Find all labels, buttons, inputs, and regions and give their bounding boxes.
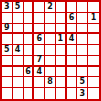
cell-r8c3[interactable]	[24, 77, 35, 88]
cell-r3c1: 9	[2, 24, 13, 35]
cell-r6c2[interactable]	[13, 56, 24, 67]
cell-r9c5[interactable]	[45, 88, 56, 99]
cell-r4c7: 4	[67, 34, 78, 45]
cell-r7c3: 6	[24, 67, 35, 78]
cell-r5c7[interactable]	[67, 45, 78, 56]
cell-r1c1: 3	[2, 2, 13, 13]
cell-r3c9[interactable]	[88, 24, 99, 35]
cell-r3c6[interactable]	[56, 24, 67, 35]
cell-r6c1[interactable]	[2, 56, 13, 67]
cell-r2c5[interactable]	[45, 13, 56, 24]
cell-r4c9[interactable]	[88, 34, 99, 45]
cell-r3c3[interactable]	[24, 24, 35, 35]
cell-r1c9[interactable]	[88, 2, 99, 13]
cell-r6c6[interactable]	[56, 56, 67, 67]
cell-r2c7: 6	[67, 13, 78, 24]
cell-r2c6[interactable]	[56, 13, 67, 24]
cell-r5c1: 5	[2, 45, 13, 56]
cell-r7c7[interactable]	[67, 67, 78, 78]
cell-r8c9[interactable]	[88, 77, 99, 88]
cell-r4c1[interactable]	[2, 34, 13, 45]
cell-r7c9[interactable]	[88, 67, 99, 78]
cell-r2c8[interactable]	[77, 13, 88, 24]
cell-r7c2[interactable]	[13, 67, 24, 78]
cell-r2c9: 1	[88, 13, 99, 24]
cell-r9c9[interactable]	[88, 88, 99, 99]
cell-r5c4[interactable]	[34, 45, 45, 56]
cell-r3c8[interactable]	[77, 24, 88, 35]
cell-r1c3[interactable]	[24, 2, 35, 13]
cell-r4c6: 1	[56, 34, 67, 45]
cell-r6c7[interactable]	[67, 56, 78, 67]
cell-r4c4: 6	[34, 34, 45, 45]
cell-r8c7[interactable]	[67, 77, 78, 88]
cell-r1c5: 2	[45, 2, 56, 13]
cell-r8c5: 8	[45, 77, 56, 88]
cell-r8c4[interactable]	[34, 77, 45, 88]
cell-r3c2[interactable]	[13, 24, 24, 35]
cell-r9c3[interactable]	[24, 88, 35, 99]
cell-r5c2: 4	[13, 45, 24, 56]
cell-r3c5[interactable]	[45, 24, 56, 35]
cell-r6c8[interactable]	[77, 56, 88, 67]
cell-r6c4: 7	[34, 56, 45, 67]
sudoku-board: 35261961454764853	[0, 0, 101, 101]
cell-r9c4[interactable]	[34, 88, 45, 99]
cell-r2c4[interactable]	[34, 13, 45, 24]
cell-r2c2[interactable]	[13, 13, 24, 24]
cell-r9c6[interactable]	[56, 88, 67, 99]
cell-r9c7[interactable]	[67, 88, 78, 99]
cell-r6c5[interactable]	[45, 56, 56, 67]
cell-r9c1[interactable]	[2, 88, 13, 99]
cell-r5c9[interactable]	[88, 45, 99, 56]
cell-r8c6[interactable]	[56, 77, 67, 88]
cell-r4c3[interactable]	[24, 34, 35, 45]
cell-r6c3[interactable]	[24, 56, 35, 67]
cell-r8c2[interactable]	[13, 77, 24, 88]
cell-r8c1[interactable]	[2, 77, 13, 88]
cell-r7c6[interactable]	[56, 67, 67, 78]
cell-r1c7[interactable]	[67, 2, 78, 13]
cell-r7c8[interactable]	[77, 67, 88, 78]
cell-r8c8: 5	[77, 77, 88, 88]
cell-r4c5[interactable]	[45, 34, 56, 45]
cell-r2c3[interactable]	[24, 13, 35, 24]
cell-r5c5[interactable]	[45, 45, 56, 56]
cell-r3c7[interactable]	[67, 24, 78, 35]
cell-r5c3[interactable]	[24, 45, 35, 56]
cell-r1c8[interactable]	[77, 2, 88, 13]
cell-r1c6[interactable]	[56, 2, 67, 13]
cell-r4c8[interactable]	[77, 34, 88, 45]
cell-r9c2[interactable]	[13, 88, 24, 99]
cell-r1c4[interactable]	[34, 2, 45, 13]
cell-r5c6[interactable]	[56, 45, 67, 56]
cell-r7c1[interactable]	[2, 67, 13, 78]
cell-r1c2: 5	[13, 2, 24, 13]
cell-r7c4: 4	[34, 67, 45, 78]
cell-r4c2[interactable]	[13, 34, 24, 45]
cell-r9c8: 3	[77, 88, 88, 99]
cell-r2c1[interactable]	[2, 13, 13, 24]
cell-r7c5[interactable]	[45, 67, 56, 78]
cell-r5c8[interactable]	[77, 45, 88, 56]
cell-r6c9[interactable]	[88, 56, 99, 67]
cell-r3c4[interactable]	[34, 24, 45, 35]
